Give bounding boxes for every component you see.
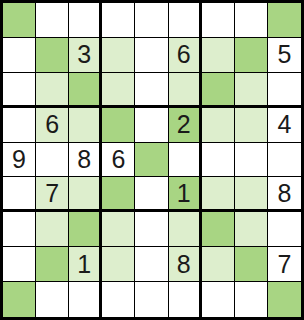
cell-r3c3[interactable] xyxy=(69,73,102,108)
cell-r6c3[interactable] xyxy=(69,177,102,212)
cell-r3c7[interactable] xyxy=(202,73,235,108)
cell-r7c8[interactable] xyxy=(235,212,268,247)
cell-r9c3[interactable] xyxy=(69,282,102,317)
cell-r9c4[interactable] xyxy=(102,282,135,317)
cell-r6c2[interactable]: 7 xyxy=(36,177,69,212)
cell-r8c1[interactable] xyxy=(3,247,36,282)
cell-r4c8[interactable] xyxy=(235,108,268,143)
cell-r3c6[interactable] xyxy=(169,73,202,108)
cell-r9c6[interactable] xyxy=(169,282,202,317)
cell-r8c5[interactable] xyxy=(135,247,168,282)
cell-r6c7[interactable] xyxy=(202,177,235,212)
cell-r8c3[interactable]: 1 xyxy=(69,247,102,282)
cell-r4c5[interactable] xyxy=(135,108,168,143)
cell-r2c7[interactable] xyxy=(202,38,235,73)
cell-r1c7[interactable] xyxy=(202,3,235,38)
cell-r4c4[interactable] xyxy=(102,108,135,143)
cell-r9c1[interactable] xyxy=(3,282,36,317)
cell-r5c6[interactable] xyxy=(169,143,202,178)
cell-r7c1[interactable] xyxy=(3,212,36,247)
cell-r4c7[interactable] xyxy=(202,108,235,143)
cell-r6c1[interactable] xyxy=(3,177,36,212)
cell-r3c9[interactable] xyxy=(268,73,301,108)
cell-r6c8[interactable] xyxy=(235,177,268,212)
cell-r2c6[interactable]: 6 xyxy=(169,38,202,73)
cell-r1c3[interactable] xyxy=(69,3,102,38)
cell-r4c2[interactable]: 6 xyxy=(36,108,69,143)
cell-r4c9[interactable]: 4 xyxy=(268,108,301,143)
cell-r2c8[interactable] xyxy=(235,38,268,73)
cell-r3c8[interactable] xyxy=(235,73,268,108)
cell-r2c4[interactable] xyxy=(102,38,135,73)
cell-r7c5[interactable] xyxy=(135,212,168,247)
cell-r1c4[interactable] xyxy=(102,3,135,38)
cell-r1c1[interactable] xyxy=(3,3,36,38)
cell-r3c5[interactable] xyxy=(135,73,168,108)
cell-r2c2[interactable] xyxy=(36,38,69,73)
cell-r9c5[interactable] xyxy=(135,282,168,317)
cell-r5c3[interactable]: 8 xyxy=(69,143,102,178)
cell-r7c6[interactable] xyxy=(169,212,202,247)
cell-r9c9[interactable] xyxy=(268,282,301,317)
cell-r8c7[interactable] xyxy=(202,247,235,282)
cell-r3c4[interactable] xyxy=(102,73,135,108)
sudoku-board: 365624986718187 xyxy=(0,0,304,320)
cell-r7c2[interactable] xyxy=(36,212,69,247)
cell-r1c6[interactable] xyxy=(169,3,202,38)
cell-r9c8[interactable] xyxy=(235,282,268,317)
cell-r3c2[interactable] xyxy=(36,73,69,108)
cell-r5c8[interactable] xyxy=(235,143,268,178)
cell-r1c5[interactable] xyxy=(135,3,168,38)
cell-r8c6[interactable]: 8 xyxy=(169,247,202,282)
cell-r5c2[interactable] xyxy=(36,143,69,178)
cell-r5c4[interactable]: 6 xyxy=(102,143,135,178)
cell-r7c3[interactable] xyxy=(69,212,102,247)
cell-r8c2[interactable] xyxy=(36,247,69,282)
cell-r1c8[interactable] xyxy=(235,3,268,38)
cell-r5c5[interactable] xyxy=(135,143,168,178)
cell-r5c7[interactable] xyxy=(202,143,235,178)
cell-r4c1[interactable] xyxy=(3,108,36,143)
cell-r2c3[interactable]: 3 xyxy=(69,38,102,73)
cell-r8c4[interactable] xyxy=(102,247,135,282)
cell-r8c9[interactable]: 7 xyxy=(268,247,301,282)
cell-r7c7[interactable] xyxy=(202,212,235,247)
cell-r2c5[interactable] xyxy=(135,38,168,73)
cell-r1c9[interactable] xyxy=(268,3,301,38)
cell-r5c9[interactable] xyxy=(268,143,301,178)
cell-r6c5[interactable] xyxy=(135,177,168,212)
cell-r6c6[interactable]: 1 xyxy=(169,177,202,212)
cell-r5c1[interactable]: 9 xyxy=(3,143,36,178)
cell-r8c8[interactable] xyxy=(235,247,268,282)
cell-r9c2[interactable] xyxy=(36,282,69,317)
cell-r9c7[interactable] xyxy=(202,282,235,317)
cell-r4c6[interactable]: 2 xyxy=(169,108,202,143)
cell-r6c4[interactable] xyxy=(102,177,135,212)
cell-r2c1[interactable] xyxy=(3,38,36,73)
cell-r1c2[interactable] xyxy=(36,3,69,38)
cell-r3c1[interactable] xyxy=(3,73,36,108)
cell-r2c9[interactable]: 5 xyxy=(268,38,301,73)
cell-r7c9[interactable] xyxy=(268,212,301,247)
cell-r7c4[interactable] xyxy=(102,212,135,247)
cell-r6c9[interactable]: 8 xyxy=(268,177,301,212)
cell-r4c3[interactable] xyxy=(69,108,102,143)
